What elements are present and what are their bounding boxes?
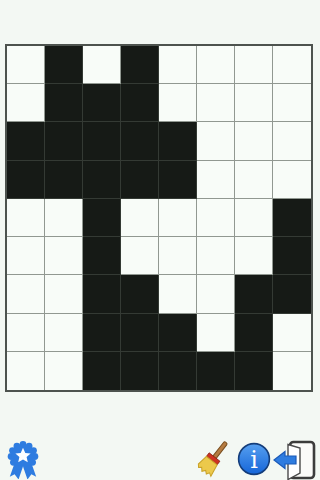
cell-r6c1[interactable] — [7, 237, 45, 275]
cell-r4c3[interactable] — [83, 161, 121, 199]
clear-button[interactable] — [197, 439, 229, 479]
cell-r8c1[interactable] — [7, 314, 45, 352]
cell-r4c1[interactable] — [7, 161, 45, 199]
cell-r2c6[interactable] — [197, 84, 235, 122]
cell-r1c4[interactable] — [121, 46, 159, 84]
cell-r8c4[interactable] — [121, 314, 159, 352]
cell-r4c5[interactable] — [159, 161, 197, 199]
cell-r5c6[interactable] — [197, 199, 235, 237]
cell-r1c8[interactable] — [273, 46, 311, 84]
broom-icon — [197, 439, 229, 479]
cell-r1c2[interactable] — [45, 46, 83, 84]
cell-r8c7[interactable] — [235, 314, 273, 352]
cell-r8c2[interactable] — [45, 314, 83, 352]
cell-r3c7[interactable] — [235, 122, 273, 160]
cell-r6c8[interactable] — [273, 237, 311, 275]
cell-r3c2[interactable] — [45, 122, 83, 160]
info-icon: i — [237, 442, 271, 476]
cell-r2c4[interactable] — [121, 84, 159, 122]
cell-r5c2[interactable] — [45, 199, 83, 237]
exit-button[interactable] — [273, 440, 317, 480]
cell-r5c5[interactable] — [159, 199, 197, 237]
cell-r1c6[interactable] — [197, 46, 235, 84]
cell-r2c3[interactable] — [83, 84, 121, 122]
cell-r6c3[interactable] — [83, 237, 121, 275]
info-button[interactable]: i — [237, 442, 271, 476]
cell-r9c4[interactable] — [121, 352, 159, 390]
cell-r6c4[interactable] — [121, 237, 159, 275]
cell-r6c6[interactable] — [197, 237, 235, 275]
cell-r8c3[interactable] — [83, 314, 121, 352]
cell-r3c6[interactable] — [197, 122, 235, 160]
cell-r5c8[interactable] — [273, 199, 311, 237]
cell-r5c1[interactable] — [7, 199, 45, 237]
cell-r8c8[interactable] — [273, 314, 311, 352]
cell-r1c3[interactable] — [83, 46, 121, 84]
cell-r7c7[interactable] — [235, 275, 273, 313]
cell-r6c5[interactable] — [159, 237, 197, 275]
cell-r7c1[interactable] — [7, 275, 45, 313]
cell-r8c6[interactable] — [197, 314, 235, 352]
cell-r8c5[interactable] — [159, 314, 197, 352]
exit-door-icon — [273, 440, 317, 480]
cell-r4c2[interactable] — [45, 161, 83, 199]
cell-r9c1[interactable] — [7, 352, 45, 390]
cell-r9c7[interactable] — [235, 352, 273, 390]
cell-r2c1[interactable] — [7, 84, 45, 122]
cell-r7c5[interactable] — [159, 275, 197, 313]
cell-r3c8[interactable] — [273, 122, 311, 160]
puzzle-grid — [5, 44, 313, 392]
cell-r3c4[interactable] — [121, 122, 159, 160]
cell-r9c3[interactable] — [83, 352, 121, 390]
cell-r6c7[interactable] — [235, 237, 273, 275]
cell-r2c8[interactable] — [273, 84, 311, 122]
cell-r5c7[interactable] — [235, 199, 273, 237]
cell-r7c4[interactable] — [121, 275, 159, 313]
cell-r1c1[interactable] — [7, 46, 45, 84]
cell-r7c3[interactable] — [83, 275, 121, 313]
cell-r7c6[interactable] — [197, 275, 235, 313]
cell-r4c6[interactable] — [197, 161, 235, 199]
cell-r3c1[interactable] — [7, 122, 45, 160]
cell-r7c2[interactable] — [45, 275, 83, 313]
cell-r5c3[interactable] — [83, 199, 121, 237]
svg-text:i: i — [250, 446, 258, 474]
cell-r4c4[interactable] — [121, 161, 159, 199]
cell-r4c8[interactable] — [273, 161, 311, 199]
award-button[interactable] — [6, 441, 40, 479]
cell-r9c6[interactable] — [197, 352, 235, 390]
cell-r1c7[interactable] — [235, 46, 273, 84]
cell-r3c3[interactable] — [83, 122, 121, 160]
cell-r4c7[interactable] — [235, 161, 273, 199]
cell-r2c7[interactable] — [235, 84, 273, 122]
cell-r1c5[interactable] — [159, 46, 197, 84]
cell-r9c5[interactable] — [159, 352, 197, 390]
cell-r2c5[interactable] — [159, 84, 197, 122]
award-rosette-icon — [6, 441, 40, 479]
cell-r6c2[interactable] — [45, 237, 83, 275]
cell-r9c2[interactable] — [45, 352, 83, 390]
cell-r3c5[interactable] — [159, 122, 197, 160]
cell-r5c4[interactable] — [121, 199, 159, 237]
app-screen: i — [0, 0, 320, 480]
cell-r9c8[interactable] — [273, 352, 311, 390]
cell-r7c8[interactable] — [273, 275, 311, 313]
cell-r2c2[interactable] — [45, 84, 83, 122]
